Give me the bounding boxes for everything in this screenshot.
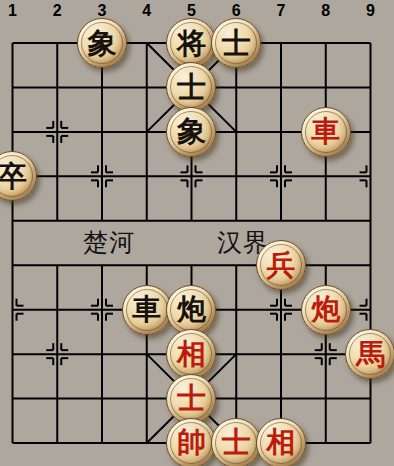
- piece-black-elephant[interactable]: 象: [77, 18, 127, 68]
- piece-red-cannon[interactable]: 炮: [301, 285, 351, 335]
- piece-black-elephant[interactable]: 象: [166, 107, 216, 157]
- piece-red-elephant[interactable]: 相: [166, 329, 216, 379]
- xiangqi-board: 123456789 楚河 汉界 象将士士象車卒兵車炮炮相馬士帥士相: [0, 0, 394, 466]
- piece-black-advisor[interactable]: 士: [211, 18, 261, 68]
- piece-red-soldier[interactable]: 兵: [256, 240, 306, 290]
- piece-red-horse[interactable]: 馬: [345, 329, 394, 379]
- file-label-9: 9: [366, 2, 375, 20]
- piece-black-soldier[interactable]: 卒: [0, 151, 37, 201]
- file-label-1: 1: [8, 2, 17, 20]
- piece-red-advisor[interactable]: 士: [166, 374, 216, 424]
- file-label-7: 7: [277, 2, 286, 20]
- file-label-8: 8: [321, 2, 330, 20]
- file-label-4: 4: [142, 2, 151, 20]
- file-label-2: 2: [53, 2, 62, 20]
- pieces-layer: 象将士士象車卒兵車炮炮相馬士帥士相: [0, 21, 393, 465]
- piece-red-elephant[interactable]: 相: [256, 418, 306, 466]
- piece-red-chariot[interactable]: 車: [301, 107, 351, 157]
- piece-black-cannon[interactable]: 炮: [166, 285, 216, 335]
- piece-red-general[interactable]: 帥: [166, 418, 216, 466]
- piece-black-chariot[interactable]: 車: [122, 285, 172, 335]
- piece-black-advisor[interactable]: 士: [166, 62, 216, 112]
- piece-black-general[interactable]: 将: [166, 18, 216, 68]
- piece-red-advisor[interactable]: 士: [211, 418, 261, 466]
